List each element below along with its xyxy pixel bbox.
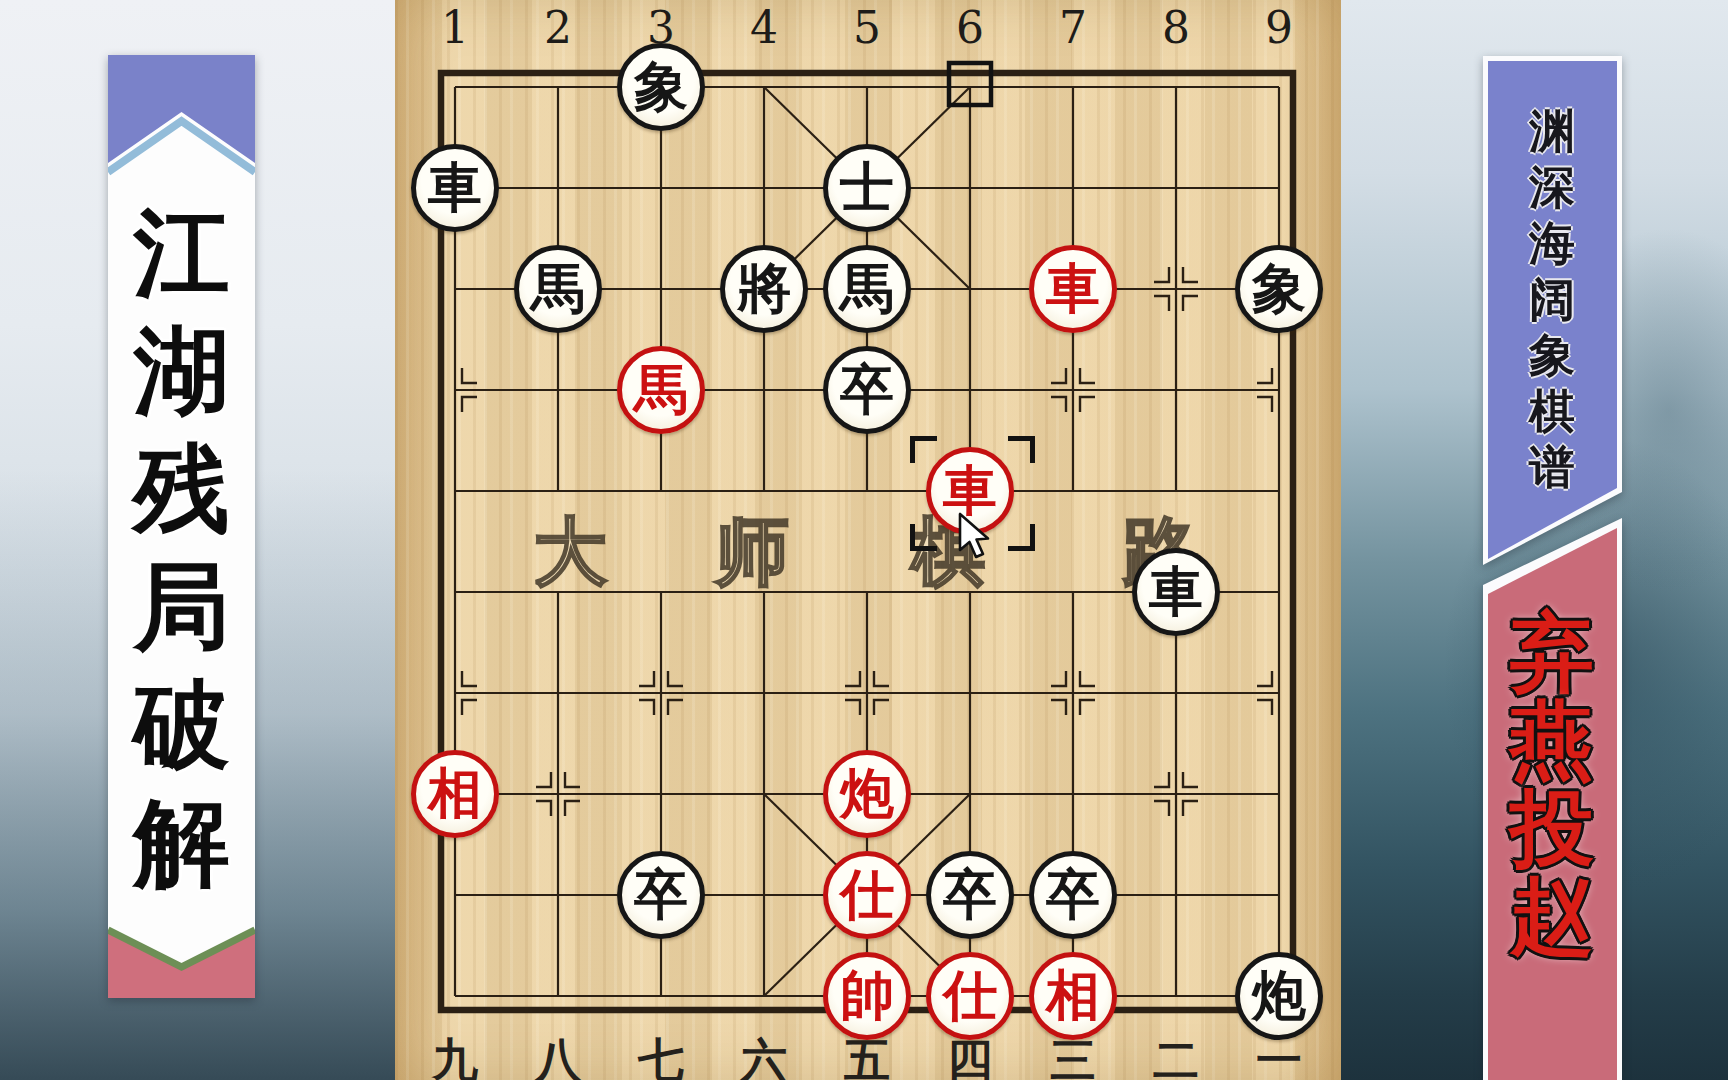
right-top-banner-char: 阔 [1521, 276, 1583, 322]
file-label-top: 2 [523, 2, 593, 53]
file-label-top: 1 [420, 2, 490, 53]
black-piece[interactable]: 卒 [926, 851, 1014, 939]
left-title-banner: 江湖残局破解 [108, 55, 255, 998]
red-piece[interactable]: 車 [1029, 245, 1117, 333]
left-banner-char: 残 [126, 441, 238, 537]
right-top-banner: 渊深海阔象棋谱 [1483, 56, 1622, 568]
left-banner-char: 破 [126, 677, 238, 773]
right-top-banner-char: 海 [1521, 220, 1583, 266]
river-watermark-char: 师 [707, 503, 797, 603]
left-banner-char: 局 [126, 559, 238, 655]
black-piece[interactable]: 卒 [617, 851, 705, 939]
right-bottom-banner-char: 投 [1502, 786, 1602, 870]
selection-bracket-rt [1008, 436, 1035, 463]
river-watermark-char: 大 [525, 503, 615, 603]
rank-label-bottom: 九 [420, 1030, 490, 1080]
black-piece[interactable]: 車 [1132, 548, 1220, 636]
mouse-cursor [958, 512, 992, 562]
file-label-top: 8 [1141, 2, 1211, 53]
right-bottom-banner-char: 弃 [1502, 610, 1602, 694]
black-piece[interactable]: 馬 [514, 245, 602, 333]
black-piece[interactable]: 士 [823, 144, 911, 232]
left-banner-char: 解 [126, 795, 238, 891]
rank-label-bottom: 七 [626, 1030, 696, 1080]
red-piece[interactable]: 仕 [823, 851, 911, 939]
red-piece[interactable]: 馬 [617, 346, 705, 434]
black-piece[interactable]: 車 [411, 144, 499, 232]
right-top-banner-char: 象 [1521, 332, 1583, 378]
selection-bracket-lt [910, 436, 937, 463]
black-piece[interactable]: 象 [617, 43, 705, 131]
black-piece[interactable]: 馬 [823, 245, 911, 333]
black-piece[interactable]: 炮 [1235, 952, 1323, 1040]
red-piece[interactable]: 帥 [823, 952, 911, 1040]
rank-label-bottom: 二 [1141, 1030, 1211, 1080]
right-bottom-banner-char: 燕 [1502, 698, 1602, 782]
screenshot-root: 大师棋路 123456789 九八七六五四三二一 象車士馬將馬象卒車卒卒卒炮車馬… [0, 0, 1728, 1080]
right-top-banner-char: 渊 [1521, 108, 1583, 154]
selection-bracket-lb [910, 524, 937, 551]
red-piece[interactable]: 相 [1029, 952, 1117, 1040]
right-bottom-banner: 弃燕投赵 [1483, 518, 1622, 1080]
right-top-banner-char: 深 [1521, 164, 1583, 210]
selection-bracket-rb [1008, 524, 1035, 551]
file-label-top: 6 [935, 2, 1005, 53]
black-piece[interactable]: 象 [1235, 245, 1323, 333]
left-banner-char: 江 [126, 205, 238, 301]
file-label-top: 5 [832, 2, 902, 53]
right-top-banner-char: 谱 [1521, 444, 1583, 490]
red-piece[interactable]: 炮 [823, 750, 911, 838]
right-bottom-banner-char: 赵 [1502, 874, 1602, 958]
red-piece[interactable]: 仕 [926, 952, 1014, 1040]
black-piece[interactable]: 卒 [823, 346, 911, 434]
black-piece[interactable]: 將 [720, 245, 808, 333]
rank-label-bottom: 八 [523, 1030, 593, 1080]
file-label-top: 7 [1038, 2, 1108, 53]
file-label-top: 4 [729, 2, 799, 53]
right-top-banner-char: 棋 [1521, 388, 1583, 434]
black-piece[interactable]: 卒 [1029, 851, 1117, 939]
red-piece[interactable]: 相 [411, 750, 499, 838]
left-banner-char: 湖 [126, 323, 238, 419]
file-label-top: 9 [1244, 2, 1314, 53]
rank-label-bottom: 六 [729, 1030, 799, 1080]
